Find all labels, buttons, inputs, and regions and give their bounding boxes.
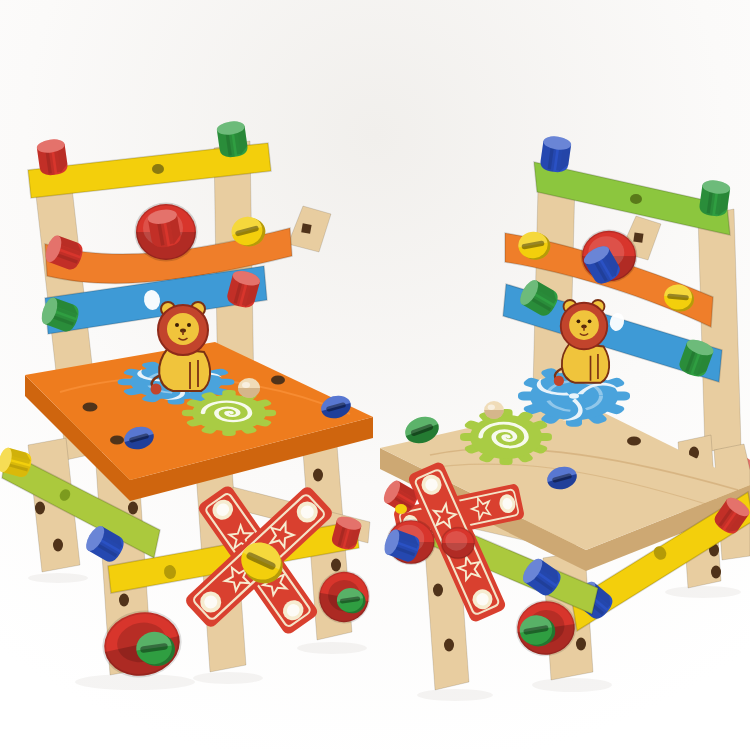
bracket-square-hole: [301, 223, 311, 233]
seat-hole: [110, 436, 124, 445]
leg-hole: [711, 566, 721, 579]
blue-bolt: [539, 135, 572, 174]
leg-hole: [576, 638, 586, 651]
seat-hole: [83, 403, 98, 412]
seat-hole: [271, 376, 285, 385]
yellow-bolt-tip: [395, 504, 407, 514]
product-photo: [0, 0, 750, 750]
green-bolt: [698, 179, 731, 218]
leg-hole: [53, 539, 63, 552]
leg-hole: [433, 584, 443, 597]
wood-knob: [484, 401, 504, 419]
wood-knob: [238, 378, 260, 398]
leg-hole: [444, 639, 454, 652]
rail-hole: [630, 194, 642, 204]
rail-hole: [152, 164, 164, 174]
toy-chairs-illustration: [0, 0, 750, 750]
leg-hole: [331, 559, 341, 572]
cross-hub-nut: [442, 528, 475, 559]
green-bolt: [216, 120, 249, 159]
bracket-square-hole: [633, 232, 643, 242]
leg-hole: [313, 469, 323, 482]
red-bolt: [36, 138, 69, 177]
seat-hole: [627, 437, 641, 446]
back-post-right: [698, 209, 741, 452]
leg-hole: [35, 502, 45, 515]
leg-hole: [128, 502, 138, 515]
leg-hole: [119, 594, 129, 607]
